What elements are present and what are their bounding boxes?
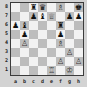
square-f3[interactable] (56, 48, 65, 57)
file-label-h: h (74, 76, 83, 87)
black-bishop-piece-b6: ♝ (20, 21, 29, 30)
square-c1[interactable] (29, 66, 38, 75)
square-g8[interactable] (65, 3, 74, 12)
square-e3[interactable] (47, 48, 56, 57)
square-d8[interactable]: ♛ (38, 3, 47, 12)
square-g6[interactable] (65, 21, 74, 30)
square-h1[interactable] (74, 66, 83, 75)
white-pawn-piece-g3: ♙ (65, 48, 74, 57)
white-rook-piece-e1: ♖ (47, 66, 56, 75)
black-rook-piece-c8: ♜ (29, 3, 38, 12)
square-b7[interactable] (20, 12, 29, 21)
square-a5[interactable] (11, 30, 20, 39)
black-queen-piece-d8: ♛ (38, 3, 47, 12)
square-c5[interactable] (29, 30, 38, 39)
square-a4[interactable] (11, 39, 20, 48)
square-f8[interactable]: ♗ (56, 3, 65, 12)
square-a1[interactable] (11, 66, 20, 75)
white-queen-piece-e7: ♕ (47, 12, 56, 21)
square-a6[interactable]: ♟ (11, 21, 20, 30)
file-label-c: c (29, 76, 38, 87)
file-label-f: f (56, 76, 65, 87)
black-pawn-piece-f5: ♟ (56, 30, 65, 39)
square-c2[interactable] (29, 57, 38, 66)
square-g1[interactable]: ♔ (65, 66, 74, 75)
square-h6[interactable] (74, 21, 83, 30)
black-bishop-piece-d7: ♝ (38, 12, 47, 21)
square-g7[interactable]: ♟ (65, 12, 74, 21)
rank-label-7: 7 (0, 11, 10, 20)
square-g2[interactable] (65, 57, 74, 66)
square-g4[interactable] (65, 39, 74, 48)
square-f6[interactable]: ♜ (56, 21, 65, 30)
file-label-a: a (11, 76, 20, 87)
file-label-d: d (38, 76, 47, 87)
black-pawn-piece-a6: ♟ (11, 21, 20, 30)
square-a3[interactable] (11, 48, 20, 57)
square-e7[interactable]: ♕ (47, 12, 56, 21)
square-e2[interactable] (47, 57, 56, 66)
white-pawn-piece-f2: ♙ (56, 57, 65, 66)
square-h2[interactable]: ♙ (74, 57, 83, 66)
square-g5[interactable] (65, 30, 74, 39)
square-d5[interactable] (38, 30, 47, 39)
square-d6[interactable] (38, 21, 47, 30)
square-a2[interactable] (11, 57, 20, 66)
square-c7[interactable]: ♟ (29, 12, 38, 21)
square-c3[interactable] (29, 48, 38, 57)
square-f7[interactable] (56, 12, 65, 21)
square-c6[interactable] (29, 21, 38, 30)
square-h7[interactable]: ♟ (74, 12, 83, 21)
rank-label-1: 1 (0, 65, 10, 74)
square-d7[interactable]: ♝ (38, 12, 47, 21)
square-h5[interactable] (74, 30, 83, 39)
file-label-b: b (20, 76, 29, 87)
square-d3[interactable] (38, 48, 47, 57)
square-e1[interactable]: ♖ (47, 66, 56, 75)
square-a8[interactable] (11, 3, 20, 12)
black-king-piece-h8: ♚ (74, 3, 83, 12)
square-f2[interactable]: ♙ (56, 57, 65, 66)
chess-board: ♜♛♗♚♟♝♕♟♟♟♝♜♟♟♙♗♙♙♙♖♔ (10, 2, 84, 76)
chess-diagram: 87654321 ♜♛♗♚♟♝♕♟♟♟♝♜♟♟♙♗♙♙♙♖♔ abcdefgh (0, 0, 87, 87)
square-b4[interactable]: ♙ (20, 39, 29, 48)
black-pawn-piece-b5: ♟ (20, 30, 29, 39)
square-c8[interactable]: ♜ (29, 3, 38, 12)
square-f4[interactable]: ♗ (56, 39, 65, 48)
rank-label-3: 3 (0, 47, 10, 56)
white-king-piece-g1: ♔ (65, 66, 74, 75)
square-c4[interactable] (29, 39, 38, 48)
square-h8[interactable]: ♚ (74, 3, 83, 12)
white-pawn-piece-h2: ♙ (74, 57, 83, 66)
square-e5[interactable] (47, 30, 56, 39)
square-f1[interactable] (56, 66, 65, 75)
white-bishop-piece-f4: ♗ (56, 39, 65, 48)
square-e6[interactable] (47, 21, 56, 30)
black-pawn-piece-c7: ♟ (29, 12, 38, 21)
square-f5[interactable]: ♟ (56, 30, 65, 39)
square-h3[interactable] (74, 48, 83, 57)
square-b3[interactable] (20, 48, 29, 57)
file-label-e: e (47, 76, 56, 87)
rank-label-4: 4 (0, 38, 10, 47)
rank-label-6: 6 (0, 20, 10, 29)
square-a7[interactable] (11, 12, 20, 21)
square-h4[interactable] (74, 39, 83, 48)
square-b2[interactable] (20, 57, 29, 66)
rank-label-2: 2 (0, 56, 10, 65)
rank-labels: 87654321 (0, 2, 10, 76)
square-b8[interactable] (20, 3, 29, 12)
square-b6[interactable]: ♝ (20, 21, 29, 30)
rank-label-5: 5 (0, 29, 10, 38)
file-label-g: g (65, 76, 74, 87)
square-b1[interactable] (20, 66, 29, 75)
file-labels: abcdefgh (11, 76, 83, 87)
black-rook-piece-f6: ♜ (56, 21, 65, 30)
square-g3[interactable]: ♙ (65, 48, 74, 57)
white-bishop-piece-f8: ♗ (56, 3, 65, 12)
square-d2[interactable] (38, 57, 47, 66)
square-e4[interactable] (47, 39, 56, 48)
square-d4[interactable] (38, 39, 47, 48)
square-b5[interactable]: ♟ (20, 30, 29, 39)
black-pawn-piece-h7: ♟ (74, 12, 83, 21)
rank-label-8: 8 (0, 2, 10, 11)
square-e8[interactable] (47, 3, 56, 12)
white-pawn-piece-b4: ♙ (20, 39, 29, 48)
square-d1[interactable] (38, 66, 47, 75)
black-pawn-piece-g7: ♟ (65, 12, 74, 21)
